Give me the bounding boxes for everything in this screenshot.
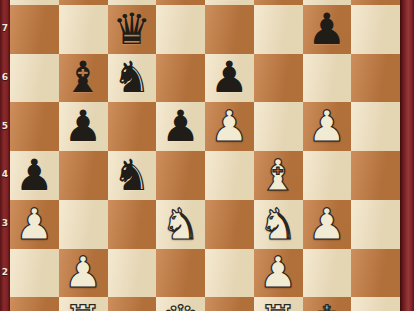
piece-white-pawn[interactable]: ♟ (64, 251, 103, 294)
piece-black-knight[interactable]: ♞ (113, 154, 152, 197)
square-f7[interactable] (254, 5, 303, 54)
square-g2[interactable] (303, 249, 352, 298)
piece-white-pawn[interactable]: ♟ (259, 251, 298, 294)
square-c3[interactable] (108, 200, 157, 249)
square-h5[interactable] (351, 102, 400, 151)
piece-black-pawn[interactable]: ♟ (308, 8, 347, 51)
square-e3[interactable] (205, 200, 254, 249)
rank-label-7: 7 (0, 23, 10, 33)
square-g3[interactable]: ♟ (303, 200, 352, 249)
piece-white-queen[interactable]: ♛ (161, 300, 200, 311)
square-a2[interactable] (10, 249, 59, 298)
square-e7[interactable] (205, 5, 254, 54)
board-frame-right (400, 0, 414, 311)
piece-white-pawn[interactable]: ♟ (308, 105, 347, 148)
piece-black-pawn[interactable]: ♟ (210, 56, 249, 99)
piece-white-king[interactable]: ♚ (308, 300, 347, 311)
square-e1[interactable] (205, 297, 254, 311)
square-d3[interactable]: ♞ (156, 200, 205, 249)
square-b2[interactable]: ♟ (59, 249, 108, 298)
square-a5[interactable] (10, 102, 59, 151)
square-c4[interactable]: ♞ (108, 151, 157, 200)
square-g7[interactable]: ♟ (303, 5, 352, 54)
rank-label-4: 4 (0, 169, 10, 179)
square-a3[interactable]: ♟ (10, 200, 59, 249)
square-b3[interactable] (59, 200, 108, 249)
square-e4[interactable] (205, 151, 254, 200)
square-h3[interactable] (351, 200, 400, 249)
square-f1[interactable]: ♜ (254, 297, 303, 311)
board-container: ♚♛♟♝♞♟♟♟♟♟♟♞♝♟♞♞♟♟♟♜♛♜♚ 765432 (0, 0, 414, 311)
square-g1[interactable]: ♚ (303, 297, 352, 311)
piece-black-bishop[interactable]: ♝ (64, 56, 103, 99)
square-h6[interactable] (351, 54, 400, 103)
piece-white-pawn[interactable]: ♟ (210, 105, 249, 148)
square-c2[interactable] (108, 249, 157, 298)
square-b1[interactable]: ♜ (59, 297, 108, 311)
square-d4[interactable] (156, 151, 205, 200)
square-a6[interactable] (10, 54, 59, 103)
square-h4[interactable] (351, 151, 400, 200)
square-h2[interactable] (351, 249, 400, 298)
square-c1[interactable] (108, 297, 157, 311)
rank-label-5: 5 (0, 121, 10, 131)
square-f2[interactable]: ♟ (254, 249, 303, 298)
piece-black-pawn[interactable]: ♟ (161, 105, 200, 148)
square-a1[interactable] (10, 297, 59, 311)
square-e5[interactable]: ♟ (205, 102, 254, 151)
rank-label-6: 6 (0, 72, 10, 82)
square-f3[interactable]: ♞ (254, 200, 303, 249)
square-d2[interactable] (156, 249, 205, 298)
board-frame-left (0, 0, 10, 311)
piece-white-rook[interactable]: ♜ (64, 300, 103, 311)
square-b6[interactable]: ♝ (59, 54, 108, 103)
square-f6[interactable] (254, 54, 303, 103)
square-d5[interactable]: ♟ (156, 102, 205, 151)
chess-board: ♚♛♟♝♞♟♟♟♟♟♟♞♝♟♞♞♟♟♟♜♛♜♚ (10, 0, 400, 311)
piece-white-bishop[interactable]: ♝ (259, 154, 298, 197)
square-b5[interactable]: ♟ (59, 102, 108, 151)
square-h1[interactable] (351, 297, 400, 311)
rank-label-3: 3 (0, 218, 10, 228)
square-b7[interactable] (59, 5, 108, 54)
square-f5[interactable] (254, 102, 303, 151)
square-c7[interactable]: ♛ (108, 5, 157, 54)
square-d1[interactable]: ♛ (156, 297, 205, 311)
square-f4[interactable]: ♝ (254, 151, 303, 200)
square-d7[interactable] (156, 5, 205, 54)
piece-white-knight[interactable]: ♞ (161, 203, 200, 246)
piece-white-knight[interactable]: ♞ (259, 203, 298, 246)
square-e2[interactable] (205, 249, 254, 298)
piece-black-pawn[interactable]: ♟ (64, 105, 103, 148)
piece-white-pawn[interactable]: ♟ (15, 203, 54, 246)
square-g6[interactable] (303, 54, 352, 103)
piece-black-pawn[interactable]: ♟ (15, 154, 54, 197)
piece-black-knight[interactable]: ♞ (113, 56, 152, 99)
piece-white-rook[interactable]: ♜ (259, 300, 298, 311)
piece-white-pawn[interactable]: ♟ (308, 203, 347, 246)
rank-label-2: 2 (0, 267, 10, 277)
square-d6[interactable] (156, 54, 205, 103)
square-a4[interactable]: ♟ (10, 151, 59, 200)
square-h7[interactable] (351, 5, 400, 54)
square-g4[interactable] (303, 151, 352, 200)
square-e6[interactable]: ♟ (205, 54, 254, 103)
square-a7[interactable] (10, 5, 59, 54)
square-c6[interactable]: ♞ (108, 54, 157, 103)
square-g5[interactable]: ♟ (303, 102, 352, 151)
square-b4[interactable] (59, 151, 108, 200)
square-c5[interactable] (108, 102, 157, 151)
piece-black-queen[interactable]: ♛ (113, 8, 152, 51)
